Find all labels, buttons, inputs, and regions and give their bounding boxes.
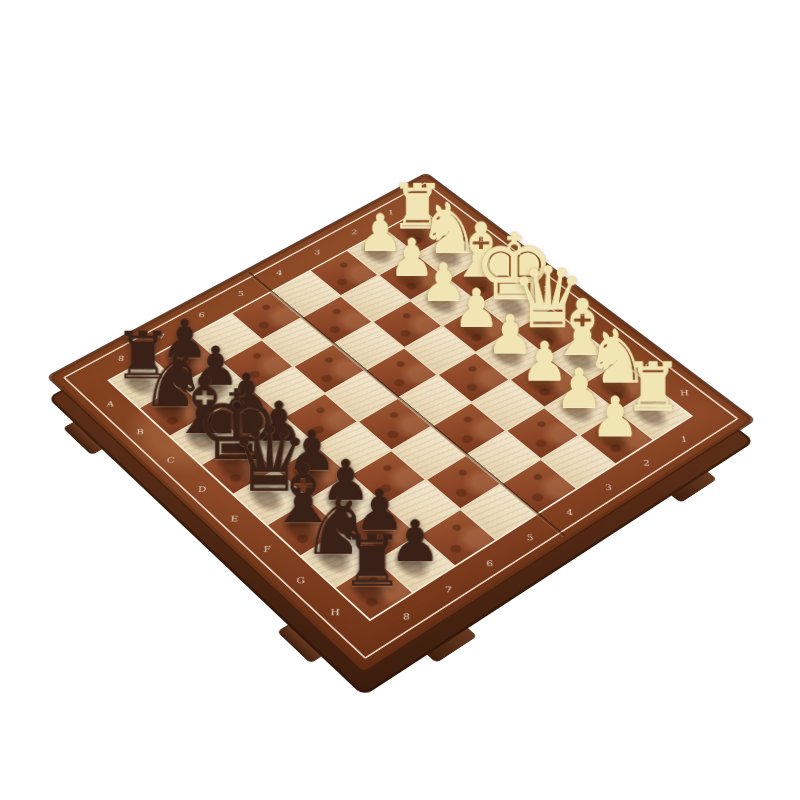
squares-grid: ♜♞♝♚♛♝♞♜♟♟♟♟♟♟♟♟♟♟♟♟♟♟♟♟♜♞♝♚♛♝♞♜ bbox=[107, 209, 693, 622]
file-label: A bbox=[83, 394, 136, 414]
board-top-surface: ♜♞♝♚♛♝♞♜♟♟♟♟♟♟♟♟♟♟♟♟♟♟♟♟♜♞♝♚♛♝♞♜ ABCDEFG… bbox=[49, 174, 753, 672]
board-foot bbox=[277, 625, 322, 664]
board-clasp-notch bbox=[672, 472, 718, 503]
piece-black-rook[interactable]: ♜ bbox=[340, 527, 404, 598]
board-foot bbox=[62, 422, 101, 455]
square-d5[interactable] bbox=[327, 372, 397, 421]
square-h8[interactable]: ♜ bbox=[336, 562, 411, 619]
piece-white-pawn[interactable]: ♟ bbox=[591, 390, 640, 445]
chess-set-product-photo: ♜♞♝♚♛♝♞♜♟♟♟♟♟♟♟♟♟♟♟♟♟♟♟♟♜♞♝♚♛♝♞♜ ABCDEFG… bbox=[0, 0, 800, 800]
board-clasp-notch bbox=[428, 628, 478, 663]
